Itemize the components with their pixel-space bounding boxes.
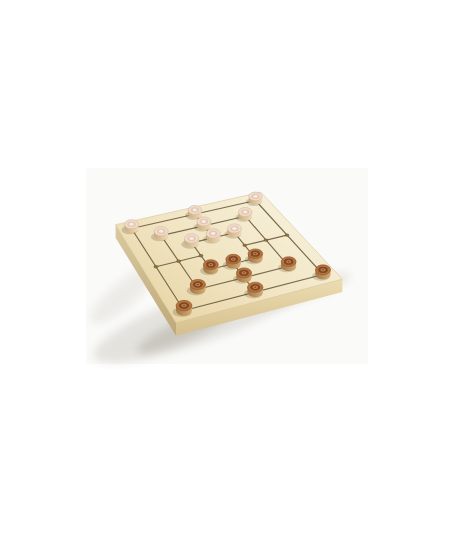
point-g4[interactable] bbox=[278, 226, 296, 240]
scene-svg bbox=[0, 0, 460, 543]
point-d2[interactable] bbox=[235, 269, 253, 283]
point-c3[interactable] bbox=[202, 260, 220, 274]
morris-board-photo bbox=[0, 0, 460, 543]
point-b6[interactable] bbox=[152, 227, 170, 241]
point-d6[interactable] bbox=[195, 217, 213, 231]
point-f2[interactable] bbox=[280, 257, 298, 271]
point-e4[interactable] bbox=[236, 236, 254, 250]
point-d5[interactable] bbox=[204, 229, 222, 243]
point-b2[interactable] bbox=[189, 280, 207, 294]
point-d3[interactable] bbox=[224, 255, 242, 269]
point-a1[interactable] bbox=[175, 302, 193, 316]
point-e5[interactable] bbox=[226, 224, 244, 238]
point-e3[interactable] bbox=[246, 249, 264, 263]
point-a7[interactable] bbox=[123, 220, 141, 234]
point-f6[interactable] bbox=[236, 207, 254, 221]
point-b4[interactable] bbox=[170, 252, 188, 266]
point-d1[interactable] bbox=[246, 283, 264, 297]
point-g7[interactable] bbox=[247, 192, 265, 206]
point-a4[interactable] bbox=[147, 258, 165, 272]
point-c4[interactable] bbox=[192, 247, 210, 261]
point-f4[interactable] bbox=[257, 231, 275, 245]
screenshot-page bbox=[0, 0, 460, 543]
point-g1[interactable] bbox=[314, 266, 332, 280]
point-c5[interactable] bbox=[183, 234, 201, 248]
